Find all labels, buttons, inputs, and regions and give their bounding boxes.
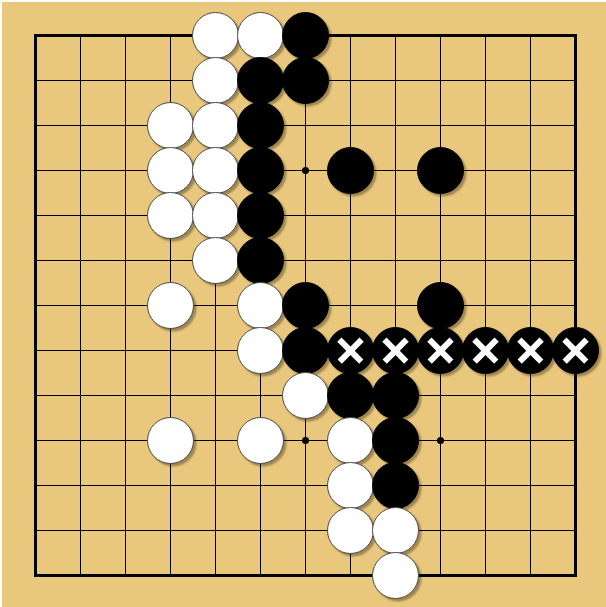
stone-white	[147, 282, 194, 329]
stone-black-crossed	[552, 327, 599, 374]
stone-white	[192, 57, 239, 104]
stone-white	[147, 102, 194, 149]
stone-black	[282, 12, 329, 59]
stone-black	[237, 237, 284, 284]
stone-white	[237, 417, 284, 464]
stone-white	[192, 192, 239, 239]
stone-white	[147, 192, 194, 239]
stone-white	[372, 507, 419, 554]
cross-mark-icon	[380, 335, 411, 366]
stone-black	[327, 372, 374, 419]
grid-line-vertical	[485, 35, 486, 575]
grid-line-horizontal	[35, 485, 575, 486]
screenshot-edge-top	[0, 0, 606, 2]
stone-black	[417, 147, 464, 194]
stone-black	[237, 57, 284, 104]
stone-black	[372, 372, 419, 419]
stone-black	[372, 462, 419, 509]
stone-white	[327, 417, 374, 464]
stone-black	[282, 282, 329, 329]
stone-black	[282, 327, 329, 374]
stone-black	[237, 192, 284, 239]
cross-mark-icon	[560, 335, 591, 366]
stone-black	[372, 417, 419, 464]
cross-mark-icon	[425, 335, 456, 366]
go-diagram	[0, 0, 606, 607]
stone-black	[282, 57, 329, 104]
stone-black-crossed	[327, 327, 374, 374]
stone-white	[282, 372, 329, 419]
cross-mark-icon	[515, 335, 546, 366]
stone-white	[237, 327, 284, 374]
stone-black	[417, 282, 464, 329]
stone-white	[327, 462, 374, 509]
screenshot-edge-left	[0, 0, 2, 607]
stone-black-crossed	[507, 327, 554, 374]
stone-black-crossed	[372, 327, 419, 374]
stone-black-crossed	[417, 327, 464, 374]
star-point	[437, 437, 444, 444]
stone-black-crossed	[462, 327, 509, 374]
stone-white	[372, 552, 419, 599]
grid-line-horizontal	[35, 530, 575, 531]
cross-mark-icon	[470, 335, 501, 366]
go-board[interactable]	[0, 0, 606, 607]
star-point	[302, 167, 309, 174]
stone-white	[192, 147, 239, 194]
stone-white	[327, 507, 374, 554]
grid-line-vertical	[530, 35, 531, 575]
stone-white	[147, 147, 194, 194]
stone-white	[192, 12, 239, 59]
stone-black	[327, 147, 374, 194]
stone-white	[237, 282, 284, 329]
stone-white	[192, 102, 239, 149]
stone-white	[192, 237, 239, 284]
stone-white	[147, 417, 194, 464]
stone-black	[237, 102, 284, 149]
cross-mark-icon	[335, 335, 366, 366]
stone-black	[237, 147, 284, 194]
star-point	[302, 437, 309, 444]
stone-white	[237, 12, 284, 59]
